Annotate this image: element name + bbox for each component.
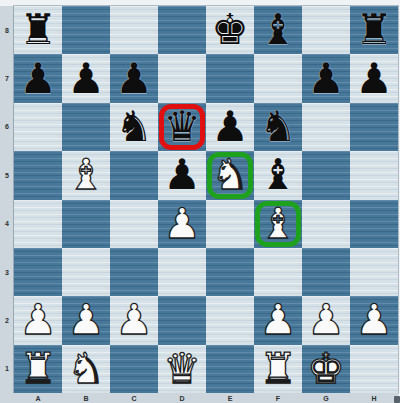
file-label-f: F: [254, 393, 302, 403]
square-c7[interactable]: ♟: [110, 54, 158, 102]
square-b7[interactable]: ♟: [62, 54, 110, 102]
square-b8[interactable]: [62, 6, 110, 54]
black-pawn[interactable]: ♟: [206, 103, 254, 151]
white-pawn[interactable]: ♟: [254, 296, 302, 344]
square-f2[interactable]: ♟: [254, 296, 302, 344]
rank-label-1: 1: [0, 345, 14, 393]
square-c6[interactable]: ♞: [110, 103, 158, 151]
square-h1[interactable]: [350, 345, 398, 393]
black-bishop[interactable]: ♝: [254, 151, 302, 199]
square-b5[interactable]: ♝: [62, 151, 110, 199]
black-pawn[interactable]: ♟: [14, 54, 62, 102]
square-a2[interactable]: ♟: [14, 296, 62, 344]
square-a8[interactable]: ♜: [14, 6, 62, 54]
file-label-h: H: [350, 393, 398, 403]
black-pawn[interactable]: ♟: [62, 54, 110, 102]
square-a5[interactable]: [14, 151, 62, 199]
square-b4[interactable]: [62, 200, 110, 248]
white-rook[interactable]: ♜: [254, 345, 302, 393]
square-c2[interactable]: ♟: [110, 296, 158, 344]
square-d8[interactable]: [158, 6, 206, 54]
file-label-g: G: [302, 393, 350, 403]
square-g2[interactable]: ♟: [302, 296, 350, 344]
rank-label-4: 4: [0, 200, 14, 248]
black-knight[interactable]: ♞: [254, 103, 302, 151]
square-e8[interactable]: ♚: [206, 6, 254, 54]
square-h7[interactable]: ♟: [350, 54, 398, 102]
white-pawn[interactable]: ♟: [62, 296, 110, 344]
black-bishop[interactable]: ♝: [254, 6, 302, 54]
corner-mark: [394, 396, 400, 403]
rank-label-6: 6: [0, 103, 14, 151]
rank-label-3: 3: [0, 248, 14, 296]
square-f4[interactable]: ♝: [254, 200, 302, 248]
file-label-c: C: [110, 393, 158, 403]
square-d1[interactable]: ♛: [158, 345, 206, 393]
black-pawn[interactable]: ♟: [350, 54, 398, 102]
rank-label-8: 8: [0, 6, 14, 54]
square-b3[interactable]: [62, 248, 110, 296]
chess-board-widget: 87654321 ♜♚♝♜♟♟♟♟♟♞♛♟♞♝♟♞♝♟♝♟♟♟♟♟♟♜♞♛♜♚ …: [0, 0, 400, 403]
square-g6[interactable]: [302, 103, 350, 151]
square-e6[interactable]: ♟: [206, 103, 254, 151]
square-d6[interactable]: ♛: [158, 103, 206, 151]
file-label-d: D: [158, 393, 206, 403]
white-pawn[interactable]: ♟: [158, 200, 206, 248]
square-c5[interactable]: [110, 151, 158, 199]
square-g5[interactable]: [302, 151, 350, 199]
white-knight[interactable]: ♞: [62, 345, 110, 393]
white-pawn[interactable]: ♟: [110, 296, 158, 344]
square-e1[interactable]: [206, 345, 254, 393]
square-c8[interactable]: [110, 6, 158, 54]
square-f6[interactable]: ♞: [254, 103, 302, 151]
chess-board: ♜♚♝♜♟♟♟♟♟♞♛♟♞♝♟♞♝♟♝♟♟♟♟♟♟♜♞♛♜♚: [14, 6, 398, 393]
file-label-a: A: [14, 393, 62, 403]
square-h5[interactable]: [350, 151, 398, 199]
square-a1[interactable]: ♜: [14, 345, 62, 393]
square-f5[interactable]: ♝: [254, 151, 302, 199]
square-d3[interactable]: [158, 248, 206, 296]
square-d7[interactable]: [158, 54, 206, 102]
square-d4[interactable]: ♟: [158, 200, 206, 248]
square-f3[interactable]: [254, 248, 302, 296]
white-king[interactable]: ♚: [302, 345, 350, 393]
white-bishop[interactable]: ♝: [62, 151, 110, 199]
file-label-b: B: [62, 393, 110, 403]
white-bishop[interactable]: ♝: [254, 200, 302, 248]
square-d2[interactable]: [158, 296, 206, 344]
square-h6[interactable]: [350, 103, 398, 151]
rank-label-7: 7: [0, 54, 14, 102]
file-label-e: E: [206, 393, 254, 403]
square-b2[interactable]: ♟: [62, 296, 110, 344]
black-pawn[interactable]: ♟: [302, 54, 350, 102]
square-g8[interactable]: [302, 6, 350, 54]
square-h4[interactable]: [350, 200, 398, 248]
square-d5[interactable]: ♟: [158, 151, 206, 199]
square-b6[interactable]: [62, 103, 110, 151]
black-queen[interactable]: ♛: [158, 103, 206, 151]
square-f1[interactable]: ♜: [254, 345, 302, 393]
black-rook[interactable]: ♜: [350, 6, 398, 54]
white-pawn[interactable]: ♟: [350, 296, 398, 344]
black-pawn[interactable]: ♟: [110, 54, 158, 102]
square-a3[interactable]: [14, 248, 62, 296]
square-a4[interactable]: [14, 200, 62, 248]
square-g4[interactable]: [302, 200, 350, 248]
white-pawn[interactable]: ♟: [302, 296, 350, 344]
square-c1[interactable]: [110, 345, 158, 393]
white-pawn[interactable]: ♟: [14, 296, 62, 344]
square-e3[interactable]: [206, 248, 254, 296]
square-a6[interactable]: [14, 103, 62, 151]
square-b1[interactable]: ♞: [62, 345, 110, 393]
black-knight[interactable]: ♞: [110, 103, 158, 151]
square-e5[interactable]: ♞: [206, 151, 254, 199]
square-h2[interactable]: ♟: [350, 296, 398, 344]
black-king[interactable]: ♚: [206, 6, 254, 54]
white-queen[interactable]: ♛: [158, 345, 206, 393]
square-c4[interactable]: [110, 200, 158, 248]
file-labels-strip: ABCDEFGH: [14, 393, 398, 403]
rank-label-5: 5: [0, 151, 14, 199]
square-f7[interactable]: [254, 54, 302, 102]
square-e7[interactable]: [206, 54, 254, 102]
square-c3[interactable]: [110, 248, 158, 296]
white-rook[interactable]: ♜: [14, 345, 62, 393]
square-h3[interactable]: [350, 248, 398, 296]
square-g1[interactable]: ♚: [302, 345, 350, 393]
square-e2[interactable]: [206, 296, 254, 344]
square-h8[interactable]: ♜: [350, 6, 398, 54]
gutter-corner: [0, 393, 14, 403]
square-e4[interactable]: [206, 200, 254, 248]
rank-label-2: 2: [0, 296, 14, 344]
square-g3[interactable]: [302, 248, 350, 296]
rank-labels-gutter: 87654321: [0, 6, 14, 393]
black-rook[interactable]: ♜: [14, 6, 62, 54]
square-g7[interactable]: ♟: [302, 54, 350, 102]
square-f8[interactable]: ♝: [254, 6, 302, 54]
black-pawn[interactable]: ♟: [158, 151, 206, 199]
white-knight[interactable]: ♞: [206, 151, 254, 199]
square-a7[interactable]: ♟: [14, 54, 62, 102]
